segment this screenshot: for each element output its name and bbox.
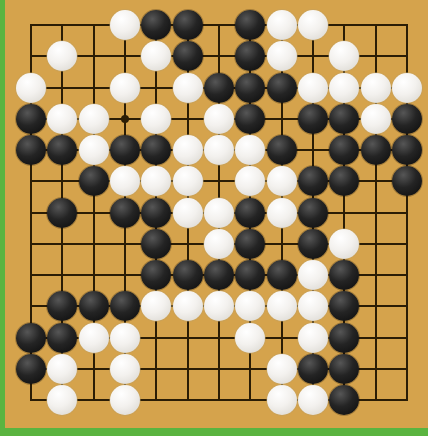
bottom-border-accent xyxy=(0,428,428,436)
white-stone xyxy=(392,73,422,103)
black-stone xyxy=(47,198,77,228)
go-game-screenshot xyxy=(0,0,428,436)
black-stone xyxy=(329,354,359,384)
white-stone xyxy=(361,73,391,103)
white-stone xyxy=(235,323,265,353)
white-stone xyxy=(47,104,77,134)
black-stone xyxy=(47,323,77,353)
black-stone xyxy=(16,104,46,134)
black-stone xyxy=(235,104,265,134)
white-stone xyxy=(110,323,140,353)
black-stone xyxy=(204,73,234,103)
white-stone xyxy=(79,104,109,134)
black-stone xyxy=(329,104,359,134)
black-stone xyxy=(79,291,109,321)
star-point xyxy=(121,115,129,123)
white-stone xyxy=(79,323,109,353)
white-stone xyxy=(204,229,234,259)
black-stone xyxy=(173,10,203,40)
white-stone xyxy=(204,104,234,134)
black-stone xyxy=(235,198,265,228)
black-stone xyxy=(141,198,171,228)
black-stone xyxy=(110,135,140,165)
white-stone xyxy=(110,10,140,40)
black-stone xyxy=(298,354,328,384)
white-stone xyxy=(173,135,203,165)
white-stone xyxy=(298,73,328,103)
white-stone xyxy=(141,104,171,134)
black-stone xyxy=(392,135,422,165)
black-stone xyxy=(267,73,297,103)
black-stone xyxy=(173,41,203,71)
black-stone xyxy=(298,104,328,134)
black-stone xyxy=(16,135,46,165)
left-border-accent xyxy=(0,0,5,436)
white-stone xyxy=(329,73,359,103)
white-stone xyxy=(298,10,328,40)
black-stone xyxy=(329,323,359,353)
white-stone xyxy=(110,385,140,415)
white-stone xyxy=(267,354,297,384)
black-stone xyxy=(204,260,234,290)
black-stone xyxy=(267,260,297,290)
white-stone xyxy=(110,73,140,103)
black-stone xyxy=(235,73,265,103)
white-stone xyxy=(173,166,203,196)
white-stone xyxy=(267,291,297,321)
black-stone xyxy=(298,229,328,259)
white-stone xyxy=(16,73,46,103)
white-stone xyxy=(267,385,297,415)
black-stone xyxy=(235,229,265,259)
white-stone xyxy=(204,198,234,228)
black-stone xyxy=(173,260,203,290)
white-stone xyxy=(173,73,203,103)
white-stone xyxy=(204,135,234,165)
white-stone xyxy=(267,198,297,228)
white-stone xyxy=(329,229,359,259)
white-stone xyxy=(298,260,328,290)
black-stone xyxy=(110,198,140,228)
white-stone xyxy=(267,166,297,196)
black-stone xyxy=(361,135,391,165)
white-stone xyxy=(267,10,297,40)
black-stone xyxy=(79,166,109,196)
black-stone xyxy=(141,229,171,259)
white-stone xyxy=(267,41,297,71)
white-stone xyxy=(110,354,140,384)
black-stone xyxy=(16,323,46,353)
black-stone xyxy=(267,135,297,165)
black-stone xyxy=(298,198,328,228)
black-stone xyxy=(16,354,46,384)
white-stone xyxy=(298,385,328,415)
white-stone xyxy=(173,291,203,321)
white-stone xyxy=(361,104,391,134)
black-stone xyxy=(392,104,422,134)
white-stone xyxy=(298,323,328,353)
white-stone xyxy=(47,354,77,384)
white-stone xyxy=(173,198,203,228)
white-stone xyxy=(79,135,109,165)
